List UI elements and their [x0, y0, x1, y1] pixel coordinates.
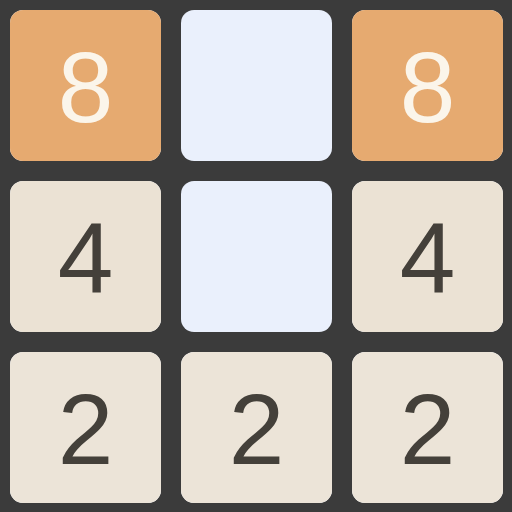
tile-4: 4	[352, 181, 503, 332]
cell-r0c2: 8	[352, 10, 503, 161]
cell-r1c2: 4	[352, 181, 503, 332]
tile-2: 2	[181, 352, 332, 503]
tile-8: 8	[10, 10, 161, 161]
cell-r0c1	[181, 10, 332, 161]
cell-r1c1	[181, 181, 332, 332]
cell-r1c0: 4	[10, 181, 161, 332]
cell-r0c0: 8	[10, 10, 161, 161]
tile-2: 2	[10, 352, 161, 503]
tile-2: 2	[352, 352, 503, 503]
cell-r2c0: 2	[10, 352, 161, 503]
cell-r2c2: 2	[352, 352, 503, 503]
cell-r2c1: 2	[181, 352, 332, 503]
tile-8: 8	[352, 10, 503, 161]
tile-grid: 8844222	[10, 10, 503, 503]
2048-board[interactable]: 8844222	[0, 0, 512, 512]
tile-4: 4	[10, 181, 161, 332]
